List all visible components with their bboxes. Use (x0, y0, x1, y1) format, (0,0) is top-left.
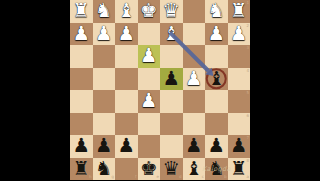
square-e6[interactable] (138, 113, 161, 136)
video-frame: ♜♞♝♚♛♞1♜♟♟♟♝♟2♟♟3♟♟♝4♟56♟♟♟♟♟7♟h♜g♞fe♚d♛… (0, 0, 320, 180)
black-rook-a8[interactable]: ♜ (230, 158, 247, 181)
square-a3[interactable]: 3 (228, 45, 251, 68)
white-king-e1[interactable]: ♚ (140, 0, 157, 23)
square-f2[interactable]: ♟ (115, 23, 138, 46)
square-g7[interactable]: ♟ (93, 135, 116, 158)
square-g8[interactable]: g♞ (93, 158, 116, 181)
square-h2[interactable]: ♟ (70, 23, 93, 46)
square-c4[interactable]: ♟ (183, 68, 206, 91)
square-b1[interactable]: ♞ (205, 0, 228, 23)
square-f6[interactable] (115, 113, 138, 136)
square-d4[interactable]: ♟ (160, 68, 183, 91)
square-e7[interactable] (138, 135, 161, 158)
square-c2[interactable] (183, 23, 206, 46)
square-h4[interactable] (70, 68, 93, 91)
square-e3[interactable]: ♟ (138, 45, 161, 68)
square-b6[interactable] (205, 113, 228, 136)
rank-coordinate: 6 (246, 114, 249, 118)
square-c1[interactable] (183, 0, 206, 23)
black-pawn-a7[interactable]: ♟ (230, 135, 247, 158)
square-f8[interactable]: f (115, 158, 138, 181)
square-h1[interactable]: ♜ (70, 0, 93, 23)
white-queen-d1[interactable]: ♛ (163, 0, 180, 23)
square-h5[interactable] (70, 90, 93, 113)
square-d3[interactable] (160, 45, 183, 68)
square-h3[interactable] (70, 45, 93, 68)
black-pawn-h7[interactable]: ♟ (73, 135, 90, 158)
square-a4[interactable]: 4 (228, 68, 251, 91)
square-a1[interactable]: 1♜ (228, 0, 251, 23)
square-a2[interactable]: 2♟ (228, 23, 251, 46)
rank-coordinate: 4 (246, 69, 249, 73)
black-pawn-c7[interactable]: ♟ (185, 135, 202, 158)
square-b5[interactable] (205, 90, 228, 113)
square-e2[interactable] (138, 23, 161, 46)
watermark: Kalogda (202, 166, 231, 173)
white-pawn-h2[interactable]: ♟ (73, 23, 90, 46)
rank-coordinate: 3 (246, 46, 249, 50)
square-e8[interactable]: e♚ (138, 158, 161, 181)
white-pawn-e3[interactable]: ♟ (140, 45, 157, 68)
black-pawn-g7[interactable]: ♟ (95, 135, 112, 158)
white-bishop-d2[interactable]: ♝ (163, 23, 180, 46)
square-h8[interactable]: h♜ (70, 158, 93, 181)
square-a5[interactable]: 5 (228, 90, 251, 113)
square-f7[interactable]: ♟ (115, 135, 138, 158)
square-c3[interactable] (183, 45, 206, 68)
white-pawn-g2[interactable]: ♟ (95, 23, 112, 46)
black-pawn-b7[interactable]: ♟ (208, 135, 225, 158)
square-d2[interactable]: ♝ (160, 23, 183, 46)
square-d1[interactable]: ♛ (160, 0, 183, 23)
square-g5[interactable] (93, 90, 116, 113)
white-rook-a1[interactable]: ♜ (230, 0, 247, 23)
black-bishop-c8[interactable]: ♝ (185, 158, 202, 181)
square-b3[interactable] (205, 45, 228, 68)
file-coordinate: f (135, 175, 136, 179)
black-bishop-b4[interactable]: ♝ (208, 68, 225, 91)
black-pawn-f7[interactable]: ♟ (118, 135, 135, 158)
square-g4[interactable] (93, 68, 116, 91)
black-knight-g8[interactable]: ♞ (95, 158, 112, 181)
white-rook-h1[interactable]: ♜ (73, 0, 90, 23)
white-knight-b1[interactable]: ♞ (208, 0, 225, 23)
square-h7[interactable]: ♟ (70, 135, 93, 158)
white-knight-g1[interactable]: ♞ (95, 0, 112, 23)
square-b4[interactable]: ♝ (205, 68, 228, 91)
white-pawn-e5[interactable]: ♟ (140, 90, 157, 113)
square-b7[interactable]: ♟ (205, 135, 228, 158)
square-f4[interactable] (115, 68, 138, 91)
chess-board[interactable]: ♜♞♝♚♛♞1♜♟♟♟♝♟2♟♟3♟♟♝4♟56♟♟♟♟♟7♟h♜g♞fe♚d♛… (70, 0, 250, 180)
square-d5[interactable] (160, 90, 183, 113)
square-h6[interactable] (70, 113, 93, 136)
square-c5[interactable] (183, 90, 206, 113)
right-letterbox-bar (250, 0, 320, 180)
white-pawn-c4[interactable]: ♟ (185, 68, 202, 91)
square-f1[interactable]: ♝ (115, 0, 138, 23)
black-queen-d8[interactable]: ♛ (163, 158, 180, 181)
square-g3[interactable] (93, 45, 116, 68)
square-e1[interactable]: ♚ (138, 0, 161, 23)
black-pawn-d4[interactable]: ♟ (163, 68, 180, 91)
square-b2[interactable]: ♟ (205, 23, 228, 46)
square-f5[interactable] (115, 90, 138, 113)
square-e5[interactable]: ♟ (138, 90, 161, 113)
white-bishop-f1[interactable]: ♝ (118, 0, 135, 23)
square-d8[interactable]: d♛ (160, 158, 183, 181)
black-king-e8[interactable]: ♚ (140, 158, 157, 181)
square-c7[interactable]: ♟ (183, 135, 206, 158)
rank-coordinate: 5 (246, 91, 249, 95)
square-a6[interactable]: 6 (228, 113, 251, 136)
white-pawn-a2[interactable]: ♟ (230, 23, 247, 46)
white-pawn-f2[interactable]: ♟ (118, 23, 135, 46)
square-g2[interactable]: ♟ (93, 23, 116, 46)
black-rook-h8[interactable]: ♜ (73, 158, 90, 181)
square-d6[interactable] (160, 113, 183, 136)
white-pawn-b2[interactable]: ♟ (208, 23, 225, 46)
square-a7[interactable]: 7♟ (228, 135, 251, 158)
square-g1[interactable]: ♞ (93, 0, 116, 23)
square-e4[interactable] (138, 68, 161, 91)
square-c6[interactable] (183, 113, 206, 136)
square-d7[interactable] (160, 135, 183, 158)
square-f3[interactable] (115, 45, 138, 68)
left-letterbox-bar (0, 0, 70, 180)
square-g6[interactable] (93, 113, 116, 136)
